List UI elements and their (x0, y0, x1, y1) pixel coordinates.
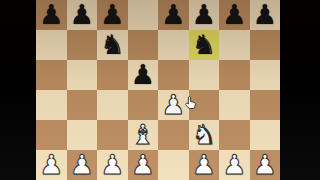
square-a7[interactable]: ♟ (36, 0, 67, 30)
square-g2[interactable]: ♟ (219, 150, 250, 180)
square-f7[interactable]: ♟ (189, 0, 220, 30)
square-b6[interactable] (67, 30, 98, 60)
black-pawn-e7[interactable]: ♟ (161, 1, 185, 28)
square-b5[interactable] (67, 60, 98, 90)
square-a5[interactable] (36, 60, 67, 90)
black-knight-f6[interactable]: ♞ (192, 31, 216, 58)
square-g3[interactable] (219, 120, 250, 150)
white-bishop-d3[interactable]: ♝ (131, 121, 155, 148)
square-e7[interactable]: ♟ (158, 0, 189, 30)
video-frame: ♟♟♟♟♟♟♟♞♞♟♟♝♞♟♟♟♟♟♟♟ (0, 0, 320, 180)
square-f6[interactable]: ♞ (189, 30, 220, 60)
black-pawn-c7[interactable]: ♟ (100, 1, 124, 28)
square-a6[interactable] (36, 30, 67, 60)
square-b2[interactable]: ♟ (67, 150, 98, 180)
square-h2[interactable]: ♟ (250, 150, 281, 180)
white-knight-f3[interactable]: ♞ (192, 121, 216, 148)
square-d4[interactable] (128, 90, 159, 120)
square-g7[interactable]: ♟ (219, 0, 250, 30)
black-knight-c6[interactable]: ♞ (100, 31, 124, 58)
square-c5[interactable] (97, 60, 128, 90)
square-b7[interactable]: ♟ (67, 0, 98, 30)
square-g6[interactable] (219, 30, 250, 60)
square-g4[interactable] (219, 90, 250, 120)
square-e4[interactable]: ♟ (158, 90, 189, 120)
square-c6[interactable]: ♞ (97, 30, 128, 60)
square-c4[interactable] (97, 90, 128, 120)
square-b3[interactable] (67, 120, 98, 150)
white-pawn-f2[interactable]: ♟ (192, 151, 216, 178)
square-e5[interactable] (158, 60, 189, 90)
black-pawn-d5[interactable]: ♟ (131, 61, 155, 88)
black-pawn-g7[interactable]: ♟ (222, 1, 246, 28)
square-a3[interactable] (36, 120, 67, 150)
square-h3[interactable] (250, 120, 281, 150)
square-d7[interactable] (128, 0, 159, 30)
square-d2[interactable]: ♟ (128, 150, 159, 180)
square-d5[interactable]: ♟ (128, 60, 159, 90)
square-c3[interactable] (97, 120, 128, 150)
square-a4[interactable] (36, 90, 67, 120)
square-b4[interactable] (67, 90, 98, 120)
chess-board: ♟♟♟♟♟♟♟♞♞♟♟♝♞♟♟♟♟♟♟♟ (36, 0, 280, 180)
black-pawn-a7[interactable]: ♟ (39, 1, 63, 28)
square-e2[interactable] (158, 150, 189, 180)
white-pawn-d2[interactable]: ♟ (131, 151, 155, 178)
white-pawn-g2[interactable]: ♟ (222, 151, 246, 178)
square-f3[interactable]: ♞ (189, 120, 220, 150)
black-pawn-h7[interactable]: ♟ (253, 1, 277, 28)
square-c2[interactable]: ♟ (97, 150, 128, 180)
white-pawn-h2[interactable]: ♟ (253, 151, 277, 178)
square-e6[interactable] (158, 30, 189, 60)
square-e3[interactable] (158, 120, 189, 150)
square-a2[interactable]: ♟ (36, 150, 67, 180)
square-f4[interactable] (189, 90, 220, 120)
square-d3[interactable]: ♝ (128, 120, 159, 150)
square-c7[interactable]: ♟ (97, 0, 128, 30)
square-g5[interactable] (219, 60, 250, 90)
square-h5[interactable] (250, 60, 281, 90)
white-pawn-b2[interactable]: ♟ (70, 151, 94, 178)
square-h4[interactable] (250, 90, 281, 120)
square-d6[interactable] (128, 30, 159, 60)
square-f5[interactable] (189, 60, 220, 90)
white-pawn-e4[interactable]: ♟ (161, 91, 185, 118)
white-pawn-c2[interactable]: ♟ (100, 151, 124, 178)
black-pawn-b7[interactable]: ♟ (70, 1, 94, 28)
square-h6[interactable] (250, 30, 281, 60)
square-h7[interactable]: ♟ (250, 0, 281, 30)
white-pawn-a2[interactable]: ♟ (39, 151, 63, 178)
square-f2[interactable]: ♟ (189, 150, 220, 180)
black-pawn-f7[interactable]: ♟ (192, 1, 216, 28)
